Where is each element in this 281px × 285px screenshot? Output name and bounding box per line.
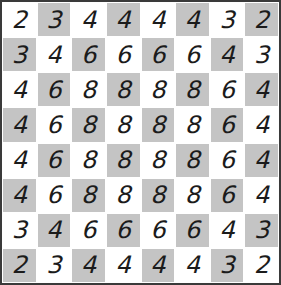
board-cell-r1c3: 4 [72, 3, 105, 36]
board-cell-r5c3: 8 [72, 144, 105, 177]
board-cell-r5c1: 4 [3, 144, 36, 177]
board-cell-r2c5: 6 [142, 38, 175, 71]
board-cell-r5c8: 4 [245, 144, 278, 177]
board-cell-r7c7: 4 [211, 214, 244, 247]
board-cell-r3c8: 4 [245, 73, 278, 106]
board-cell-r6c7: 6 [211, 179, 244, 212]
board-cell-r2c7: 4 [211, 38, 244, 71]
board-cell-r6c3: 8 [72, 179, 105, 212]
board-cell-r8c1: 2 [3, 249, 36, 282]
board-cell-r1c1: 2 [3, 3, 36, 36]
board-cell-r5c2: 6 [38, 144, 71, 177]
board-cell-r8c2: 3 [38, 249, 71, 282]
board-cell-r7c5: 6 [142, 214, 175, 247]
board-cell-r2c2: 4 [38, 38, 71, 71]
board-cell-r6c4: 8 [107, 179, 140, 212]
board-cell-r1c2: 3 [38, 3, 71, 36]
board-cell-r7c8: 3 [245, 214, 278, 247]
board-cell-r3c7: 6 [211, 73, 244, 106]
board-cell-r4c1: 4 [3, 108, 36, 141]
board-cell-r4c5: 8 [142, 108, 175, 141]
board-cell-r5c6: 8 [176, 144, 209, 177]
board-cell-r7c6: 6 [176, 214, 209, 247]
board-cell-r2c4: 6 [107, 38, 140, 71]
board-cell-r5c7: 6 [211, 144, 244, 177]
board-cell-r7c1: 3 [3, 214, 36, 247]
board-cell-r4c3: 8 [72, 108, 105, 141]
board-cell-r6c6: 8 [176, 179, 209, 212]
board-cell-r8c4: 4 [107, 249, 140, 282]
board-cell-r6c2: 6 [38, 179, 71, 212]
board-cell-r3c4: 8 [107, 73, 140, 106]
board-cell-r1c6: 4 [176, 3, 209, 36]
board-cell-r7c3: 6 [72, 214, 105, 247]
board-cell-r1c7: 3 [211, 3, 244, 36]
board-cell-r4c6: 8 [176, 108, 209, 141]
board-cell-r5c4: 8 [107, 144, 140, 177]
board-cell-r8c8: 2 [245, 249, 278, 282]
board-cell-r6c5: 8 [142, 179, 175, 212]
board-cell-r6c1: 4 [3, 179, 36, 212]
board-cell-r8c6: 4 [176, 249, 209, 282]
board-cell-r3c6: 8 [176, 73, 209, 106]
board-cell-r3c5: 8 [142, 73, 175, 106]
board-cell-r5c5: 8 [142, 144, 175, 177]
board-cell-r7c2: 4 [38, 214, 71, 247]
board-cell-r6c8: 4 [245, 179, 278, 212]
board-cell-r3c3: 8 [72, 73, 105, 106]
board-cell-r4c7: 6 [211, 108, 244, 141]
board-cell-r8c5: 4 [142, 249, 175, 282]
board-cell-r4c4: 8 [107, 108, 140, 141]
knight-mobility-board: 2344443234666643468888644688886446888864… [0, 0, 281, 285]
board-cell-r1c5: 4 [142, 3, 175, 36]
board-cell-r4c8: 4 [245, 108, 278, 141]
board-cell-r1c4: 4 [107, 3, 140, 36]
board-cell-r8c3: 4 [72, 249, 105, 282]
board-cell-r3c2: 6 [38, 73, 71, 106]
board-cell-r2c8: 3 [245, 38, 278, 71]
board-cell-r1c8: 2 [245, 3, 278, 36]
board-cell-r8c7: 3 [211, 249, 244, 282]
board-cell-r3c1: 4 [3, 73, 36, 106]
board-cell-r4c2: 6 [38, 108, 71, 141]
board-cell-r7c4: 6 [107, 214, 140, 247]
board-cell-r2c1: 3 [3, 38, 36, 71]
board-cell-r2c6: 6 [176, 38, 209, 71]
board-cell-r2c3: 6 [72, 38, 105, 71]
